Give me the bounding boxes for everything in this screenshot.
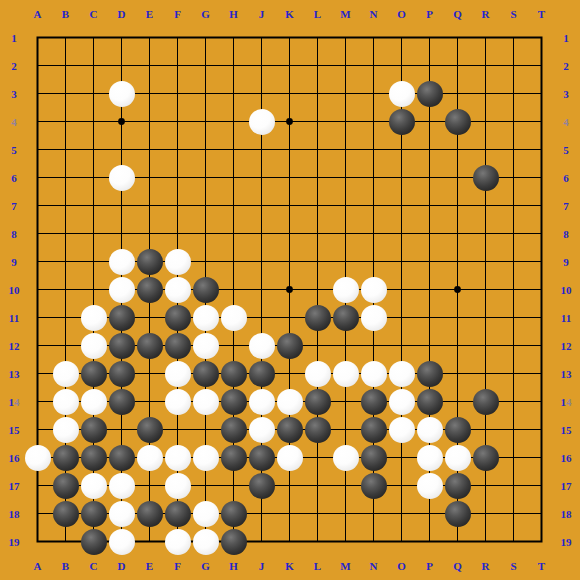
intersection-N15[interactable] [360, 416, 388, 444]
intersection-S13[interactable] [500, 360, 528, 388]
intersection-R11[interactable] [472, 304, 500, 332]
intersection-R12[interactable] [472, 332, 500, 360]
intersection-G7[interactable] [192, 192, 220, 220]
intersection-C4[interactable] [80, 108, 108, 136]
intersection-P5[interactable] [416, 136, 444, 164]
intersection-O12[interactable] [388, 332, 416, 360]
intersection-B8[interactable] [52, 220, 80, 248]
intersection-G19[interactable] [192, 528, 220, 556]
intersection-L9[interactable] [304, 248, 332, 276]
intersection-D6[interactable] [108, 164, 136, 192]
intersection-M1[interactable] [332, 24, 360, 52]
intersection-G11[interactable] [192, 304, 220, 332]
intersection-J14[interactable] [248, 388, 276, 416]
intersection-L15[interactable] [304, 416, 332, 444]
intersection-F18[interactable] [164, 500, 192, 528]
intersection-F14[interactable] [164, 388, 192, 416]
intersection-M2[interactable] [332, 52, 360, 80]
intersection-F19[interactable] [164, 528, 192, 556]
intersection-L1[interactable] [304, 24, 332, 52]
intersection-K13[interactable] [276, 360, 304, 388]
intersection-H4[interactable] [220, 108, 248, 136]
intersection-O6[interactable] [388, 164, 416, 192]
intersection-N2[interactable] [360, 52, 388, 80]
intersection-E12[interactable] [136, 332, 164, 360]
intersection-K19[interactable] [276, 528, 304, 556]
intersection-L5[interactable] [304, 136, 332, 164]
intersection-H1[interactable] [220, 24, 248, 52]
intersection-E9[interactable] [136, 248, 164, 276]
intersection-A11[interactable] [24, 304, 52, 332]
intersection-S15[interactable] [500, 416, 528, 444]
intersection-R16[interactable] [472, 444, 500, 472]
intersection-O10[interactable] [388, 276, 416, 304]
intersection-G1[interactable] [192, 24, 220, 52]
intersection-N16[interactable] [360, 444, 388, 472]
intersection-M4[interactable] [332, 108, 360, 136]
intersection-B12[interactable] [52, 332, 80, 360]
intersection-R14[interactable] [472, 388, 500, 416]
intersection-K4[interactable] [276, 108, 304, 136]
intersection-C2[interactable] [80, 52, 108, 80]
intersection-N19[interactable] [360, 528, 388, 556]
intersection-D5[interactable] [108, 136, 136, 164]
intersection-H16[interactable] [220, 444, 248, 472]
intersection-S10[interactable] [500, 276, 528, 304]
intersection-N11[interactable] [360, 304, 388, 332]
intersection-A12[interactable] [24, 332, 52, 360]
intersection-M12[interactable] [332, 332, 360, 360]
intersection-A5[interactable] [24, 136, 52, 164]
intersection-G15[interactable] [192, 416, 220, 444]
intersection-K18[interactable] [276, 500, 304, 528]
intersection-P2[interactable] [416, 52, 444, 80]
intersection-E10[interactable] [136, 276, 164, 304]
intersection-P11[interactable] [416, 304, 444, 332]
intersection-Q5[interactable] [444, 136, 472, 164]
intersection-Q19[interactable] [444, 528, 472, 556]
intersection-N4[interactable] [360, 108, 388, 136]
intersection-S1[interactable] [500, 24, 528, 52]
intersection-S7[interactable] [500, 192, 528, 220]
intersection-T1[interactable] [528, 24, 556, 52]
intersection-O4[interactable] [388, 108, 416, 136]
intersection-S5[interactable] [500, 136, 528, 164]
intersection-S9[interactable] [500, 248, 528, 276]
intersection-J3[interactable] [248, 80, 276, 108]
intersection-B10[interactable] [52, 276, 80, 304]
intersection-F12[interactable] [164, 332, 192, 360]
intersection-T15[interactable] [528, 416, 556, 444]
intersection-Q17[interactable] [444, 472, 472, 500]
intersection-G13[interactable] [192, 360, 220, 388]
intersection-H15[interactable] [220, 416, 248, 444]
intersection-T5[interactable] [528, 136, 556, 164]
intersection-S6[interactable] [500, 164, 528, 192]
intersection-J2[interactable] [248, 52, 276, 80]
intersection-D7[interactable] [108, 192, 136, 220]
intersection-D12[interactable] [108, 332, 136, 360]
intersection-C17[interactable] [80, 472, 108, 500]
intersection-L8[interactable] [304, 220, 332, 248]
intersection-B18[interactable] [52, 500, 80, 528]
intersection-B4[interactable] [52, 108, 80, 136]
intersection-K8[interactable] [276, 220, 304, 248]
intersection-C13[interactable] [80, 360, 108, 388]
intersection-O11[interactable] [388, 304, 416, 332]
intersection-B9[interactable] [52, 248, 80, 276]
intersection-B3[interactable] [52, 80, 80, 108]
intersection-A1[interactable] [24, 24, 52, 52]
intersection-E17[interactable] [136, 472, 164, 500]
intersection-F11[interactable] [164, 304, 192, 332]
intersection-K2[interactable] [276, 52, 304, 80]
intersection-T3[interactable] [528, 80, 556, 108]
intersection-R2[interactable] [472, 52, 500, 80]
intersection-H19[interactable] [220, 528, 248, 556]
intersection-J12[interactable] [248, 332, 276, 360]
intersection-N7[interactable] [360, 192, 388, 220]
intersection-P13[interactable] [416, 360, 444, 388]
intersection-C6[interactable] [80, 164, 108, 192]
intersection-F15[interactable] [164, 416, 192, 444]
intersection-N6[interactable] [360, 164, 388, 192]
intersection-A6[interactable] [24, 164, 52, 192]
intersection-R18[interactable] [472, 500, 500, 528]
intersection-P9[interactable] [416, 248, 444, 276]
intersection-F7[interactable] [164, 192, 192, 220]
intersection-D1[interactable] [108, 24, 136, 52]
intersection-O17[interactable] [388, 472, 416, 500]
intersection-K7[interactable] [276, 192, 304, 220]
intersection-R15[interactable] [472, 416, 500, 444]
intersection-T18[interactable] [528, 500, 556, 528]
intersection-N17[interactable] [360, 472, 388, 500]
intersection-J13[interactable] [248, 360, 276, 388]
intersection-H5[interactable] [220, 136, 248, 164]
intersection-H17[interactable] [220, 472, 248, 500]
intersection-E13[interactable] [136, 360, 164, 388]
intersection-R17[interactable] [472, 472, 500, 500]
intersection-R4[interactable] [472, 108, 500, 136]
intersection-C3[interactable] [80, 80, 108, 108]
intersection-Q13[interactable] [444, 360, 472, 388]
intersection-Q8[interactable] [444, 220, 472, 248]
intersection-P1[interactable] [416, 24, 444, 52]
intersection-P14[interactable] [416, 388, 444, 416]
intersection-B17[interactable] [52, 472, 80, 500]
intersection-M7[interactable] [332, 192, 360, 220]
intersection-H14[interactable] [220, 388, 248, 416]
intersection-G9[interactable] [192, 248, 220, 276]
intersection-Q2[interactable] [444, 52, 472, 80]
intersection-Q9[interactable] [444, 248, 472, 276]
intersection-P17[interactable] [416, 472, 444, 500]
intersection-R8[interactable] [472, 220, 500, 248]
intersection-G3[interactable] [192, 80, 220, 108]
intersection-D11[interactable] [108, 304, 136, 332]
intersection-B11[interactable] [52, 304, 80, 332]
intersection-T11[interactable] [528, 304, 556, 332]
intersection-G4[interactable] [192, 108, 220, 136]
intersection-M17[interactable] [332, 472, 360, 500]
intersection-F9[interactable] [164, 248, 192, 276]
intersection-A2[interactable] [24, 52, 52, 80]
intersection-H9[interactable] [220, 248, 248, 276]
intersection-T14[interactable] [528, 388, 556, 416]
intersection-G6[interactable] [192, 164, 220, 192]
intersection-F10[interactable] [164, 276, 192, 304]
intersection-T13[interactable] [528, 360, 556, 388]
intersection-F4[interactable] [164, 108, 192, 136]
intersection-E16[interactable] [136, 444, 164, 472]
intersection-H8[interactable] [220, 220, 248, 248]
intersection-E4[interactable] [136, 108, 164, 136]
intersection-N10[interactable] [360, 276, 388, 304]
intersection-T9[interactable] [528, 248, 556, 276]
intersection-B19[interactable] [52, 528, 80, 556]
intersection-R1[interactable] [472, 24, 500, 52]
intersection-O18[interactable] [388, 500, 416, 528]
intersection-D15[interactable] [108, 416, 136, 444]
intersection-F17[interactable] [164, 472, 192, 500]
intersection-M18[interactable] [332, 500, 360, 528]
intersection-R10[interactable] [472, 276, 500, 304]
intersection-T4[interactable] [528, 108, 556, 136]
intersection-D17[interactable] [108, 472, 136, 500]
intersection-R5[interactable] [472, 136, 500, 164]
intersection-A13[interactable] [24, 360, 52, 388]
intersection-E15[interactable] [136, 416, 164, 444]
intersection-E7[interactable] [136, 192, 164, 220]
intersection-J5[interactable] [248, 136, 276, 164]
intersection-A18[interactable] [24, 500, 52, 528]
intersection-S8[interactable] [500, 220, 528, 248]
intersection-D8[interactable] [108, 220, 136, 248]
intersection-H7[interactable] [220, 192, 248, 220]
intersection-A16[interactable] [24, 444, 52, 472]
intersection-F16[interactable] [164, 444, 192, 472]
intersection-Q3[interactable] [444, 80, 472, 108]
intersection-D3[interactable] [108, 80, 136, 108]
intersection-G18[interactable] [192, 500, 220, 528]
intersection-B7[interactable] [52, 192, 80, 220]
intersection-D4[interactable] [108, 108, 136, 136]
intersection-O14[interactable] [388, 388, 416, 416]
intersection-C12[interactable] [80, 332, 108, 360]
intersection-N9[interactable] [360, 248, 388, 276]
intersection-G10[interactable] [192, 276, 220, 304]
intersection-J17[interactable] [248, 472, 276, 500]
intersection-E14[interactable] [136, 388, 164, 416]
intersection-A4[interactable] [24, 108, 52, 136]
intersection-J1[interactable] [248, 24, 276, 52]
intersection-O7[interactable] [388, 192, 416, 220]
intersection-G5[interactable] [192, 136, 220, 164]
intersection-O15[interactable] [388, 416, 416, 444]
intersection-L4[interactable] [304, 108, 332, 136]
intersection-P12[interactable] [416, 332, 444, 360]
intersection-K14[interactable] [276, 388, 304, 416]
intersection-H18[interactable] [220, 500, 248, 528]
intersection-C16[interactable] [80, 444, 108, 472]
intersection-J6[interactable] [248, 164, 276, 192]
intersection-J18[interactable] [248, 500, 276, 528]
intersection-K1[interactable] [276, 24, 304, 52]
intersection-H13[interactable] [220, 360, 248, 388]
intersection-L18[interactable] [304, 500, 332, 528]
intersection-G14[interactable] [192, 388, 220, 416]
intersection-N12[interactable] [360, 332, 388, 360]
intersection-E6[interactable] [136, 164, 164, 192]
intersection-D14[interactable] [108, 388, 136, 416]
intersection-L6[interactable] [304, 164, 332, 192]
intersection-R7[interactable] [472, 192, 500, 220]
intersection-D9[interactable] [108, 248, 136, 276]
intersection-B5[interactable] [52, 136, 80, 164]
intersection-S18[interactable] [500, 500, 528, 528]
intersection-P18[interactable] [416, 500, 444, 528]
intersection-D2[interactable] [108, 52, 136, 80]
intersection-L19[interactable] [304, 528, 332, 556]
intersection-S16[interactable] [500, 444, 528, 472]
intersection-Q4[interactable] [444, 108, 472, 136]
intersection-K5[interactable] [276, 136, 304, 164]
intersection-S2[interactable] [500, 52, 528, 80]
intersection-B13[interactable] [52, 360, 80, 388]
intersection-O3[interactable] [388, 80, 416, 108]
intersection-D18[interactable] [108, 500, 136, 528]
intersection-H2[interactable] [220, 52, 248, 80]
intersection-G2[interactable] [192, 52, 220, 80]
intersection-Q6[interactable] [444, 164, 472, 192]
intersection-B16[interactable] [52, 444, 80, 472]
intersection-A19[interactable] [24, 528, 52, 556]
intersection-L11[interactable] [304, 304, 332, 332]
intersection-R9[interactable] [472, 248, 500, 276]
intersection-L2[interactable] [304, 52, 332, 80]
intersection-C7[interactable] [80, 192, 108, 220]
intersection-T17[interactable] [528, 472, 556, 500]
intersection-D13[interactable] [108, 360, 136, 388]
intersection-J15[interactable] [248, 416, 276, 444]
intersection-L17[interactable] [304, 472, 332, 500]
intersection-L12[interactable] [304, 332, 332, 360]
intersection-D10[interactable] [108, 276, 136, 304]
intersection-R13[interactable] [472, 360, 500, 388]
intersection-E5[interactable] [136, 136, 164, 164]
intersection-O5[interactable] [388, 136, 416, 164]
intersection-A7[interactable] [24, 192, 52, 220]
intersection-C11[interactable] [80, 304, 108, 332]
intersection-T19[interactable] [528, 528, 556, 556]
intersection-G8[interactable] [192, 220, 220, 248]
intersection-L13[interactable] [304, 360, 332, 388]
intersection-O1[interactable] [388, 24, 416, 52]
intersection-R3[interactable] [472, 80, 500, 108]
intersection-Q10[interactable] [444, 276, 472, 304]
intersection-O13[interactable] [388, 360, 416, 388]
intersection-M6[interactable] [332, 164, 360, 192]
intersection-H3[interactable] [220, 80, 248, 108]
intersection-L7[interactable] [304, 192, 332, 220]
intersection-K16[interactable] [276, 444, 304, 472]
intersection-E8[interactable] [136, 220, 164, 248]
intersection-F5[interactable] [164, 136, 192, 164]
intersection-B15[interactable] [52, 416, 80, 444]
intersection-Q14[interactable] [444, 388, 472, 416]
intersection-M9[interactable] [332, 248, 360, 276]
intersection-A14[interactable] [24, 388, 52, 416]
intersection-J9[interactable] [248, 248, 276, 276]
intersection-B14[interactable] [52, 388, 80, 416]
intersection-K11[interactable] [276, 304, 304, 332]
intersection-F6[interactable] [164, 164, 192, 192]
intersection-A8[interactable] [24, 220, 52, 248]
intersection-P3[interactable] [416, 80, 444, 108]
intersection-J8[interactable] [248, 220, 276, 248]
intersection-P8[interactable] [416, 220, 444, 248]
intersection-P19[interactable] [416, 528, 444, 556]
intersection-S3[interactable] [500, 80, 528, 108]
intersection-P7[interactable] [416, 192, 444, 220]
intersection-A9[interactable] [24, 248, 52, 276]
intersection-T7[interactable] [528, 192, 556, 220]
intersection-D16[interactable] [108, 444, 136, 472]
intersection-Q15[interactable] [444, 416, 472, 444]
intersection-B1[interactable] [52, 24, 80, 52]
intersection-K9[interactable] [276, 248, 304, 276]
intersection-O9[interactable] [388, 248, 416, 276]
intersection-C10[interactable] [80, 276, 108, 304]
intersection-M14[interactable] [332, 388, 360, 416]
intersection-S11[interactable] [500, 304, 528, 332]
intersection-L3[interactable] [304, 80, 332, 108]
intersection-F8[interactable] [164, 220, 192, 248]
intersection-N3[interactable] [360, 80, 388, 108]
intersection-M13[interactable] [332, 360, 360, 388]
intersection-H12[interactable] [220, 332, 248, 360]
intersection-T10[interactable] [528, 276, 556, 304]
intersection-Q1[interactable] [444, 24, 472, 52]
intersection-C9[interactable] [80, 248, 108, 276]
intersection-T12[interactable] [528, 332, 556, 360]
intersection-M5[interactable] [332, 136, 360, 164]
intersection-G12[interactable] [192, 332, 220, 360]
intersection-R6[interactable] [472, 164, 500, 192]
intersection-K15[interactable] [276, 416, 304, 444]
intersection-F13[interactable] [164, 360, 192, 388]
intersection-E2[interactable] [136, 52, 164, 80]
intersection-T16[interactable] [528, 444, 556, 472]
intersection-C15[interactable] [80, 416, 108, 444]
intersection-C14[interactable] [80, 388, 108, 416]
intersection-M3[interactable] [332, 80, 360, 108]
intersection-M11[interactable] [332, 304, 360, 332]
intersection-F1[interactable] [164, 24, 192, 52]
intersection-E1[interactable] [136, 24, 164, 52]
intersection-G16[interactable] [192, 444, 220, 472]
intersection-N8[interactable] [360, 220, 388, 248]
intersection-K17[interactable] [276, 472, 304, 500]
intersection-J4[interactable] [248, 108, 276, 136]
intersection-L10[interactable] [304, 276, 332, 304]
intersection-K3[interactable] [276, 80, 304, 108]
intersection-F2[interactable] [164, 52, 192, 80]
intersection-P4[interactable] [416, 108, 444, 136]
intersection-M10[interactable] [332, 276, 360, 304]
intersection-C8[interactable] [80, 220, 108, 248]
